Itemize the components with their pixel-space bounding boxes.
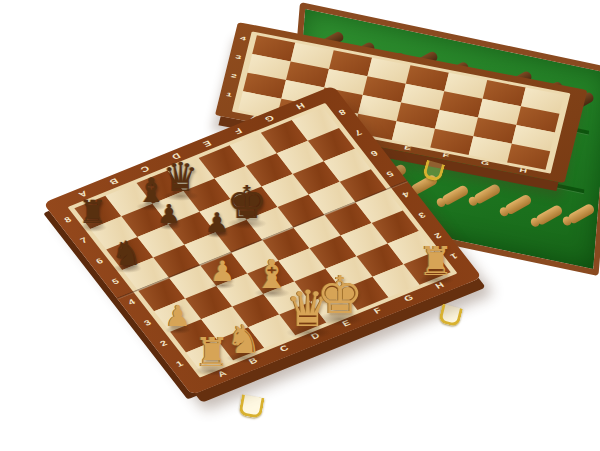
light-king-e1: ♚ xyxy=(309,269,371,321)
lid-file-label: G xyxy=(480,159,490,166)
lid-rank-label: 1 xyxy=(226,91,233,98)
stored-piece xyxy=(473,183,502,205)
lid-rank-label: 3 xyxy=(235,54,242,61)
light-knight-b1: ♞ xyxy=(220,319,268,359)
dark-king-e6: ♚ xyxy=(220,180,274,225)
lid-file-label: E xyxy=(404,144,412,151)
dark-rook-a8: ♜ xyxy=(74,196,112,228)
stored-piece-knob xyxy=(561,215,573,227)
stored-piece-knob xyxy=(529,216,541,228)
lid-file-label: H xyxy=(519,167,528,174)
stored-piece xyxy=(535,204,564,226)
stored-piece-knob xyxy=(498,206,510,218)
stored-piece xyxy=(441,184,470,206)
light-pawn-a3: ♟ xyxy=(161,302,196,331)
dark-knight-a6: ♞ xyxy=(107,236,148,270)
light-pawn-c4: ♟ xyxy=(206,258,240,286)
lid-rank-label: 2 xyxy=(230,72,237,79)
brass-clasp-icon xyxy=(438,304,463,328)
stored-piece-knob xyxy=(435,196,447,208)
lid-rank-label: 4 xyxy=(239,35,246,42)
chess-set-product-photo: ABCDEFGH4321 8AA17BB26CC35DD44EE53FF62GG… xyxy=(0,0,600,451)
dark-queen-d8: ♛ xyxy=(157,157,205,197)
brass-clasp-icon xyxy=(238,394,264,419)
dark-pawn-c7: ♟ xyxy=(154,201,185,227)
stored-piece xyxy=(567,203,596,225)
stored-piece-knob xyxy=(467,195,479,207)
lid-file-label: F xyxy=(442,152,450,159)
stored-piece xyxy=(504,193,533,215)
light-rook-h1: ♜ xyxy=(412,241,460,281)
